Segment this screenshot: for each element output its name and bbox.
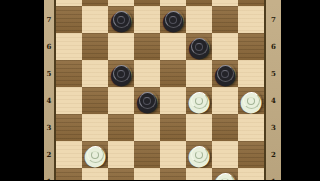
square-c5[interactable]: ● (108, 60, 134, 87)
square-g5[interactable]: ● (212, 60, 238, 87)
white-checker-glyph: ● (213, 171, 237, 181)
square-e7[interactable]: ● (160, 6, 186, 33)
square-f3[interactable] (186, 114, 212, 141)
rank-label-3: 3 (266, 114, 281, 141)
square-e2[interactable] (160, 141, 186, 168)
square-a7[interactable] (56, 6, 82, 33)
square-g3[interactable] (212, 114, 238, 141)
square-d2[interactable] (134, 141, 160, 168)
square-h1[interactable] (238, 168, 264, 180)
white-checker-h4[interactable]: ● (240, 90, 262, 112)
square-c7[interactable]: ● (108, 6, 134, 33)
square-b6[interactable] (82, 33, 108, 60)
square-d7[interactable] (134, 6, 160, 33)
square-e4[interactable] (160, 87, 186, 114)
square-f1[interactable] (186, 168, 212, 180)
square-h3[interactable] (238, 114, 264, 141)
square-f4[interactable]: ● (186, 87, 212, 114)
white-checker-b2[interactable]: ● (84, 144, 106, 166)
square-a6[interactable] (56, 33, 82, 60)
black-checker-glyph: ● (213, 63, 237, 85)
square-c3[interactable] (108, 114, 134, 141)
square-h4[interactable]: ● (238, 87, 264, 114)
square-d3[interactable] (134, 114, 160, 141)
white-checker-g1[interactable]: ● (214, 171, 236, 181)
rank-label-5: 5 (266, 60, 281, 87)
square-b3[interactable] (82, 114, 108, 141)
black-checker-g5[interactable]: ● (214, 63, 236, 85)
square-g7[interactable] (212, 6, 238, 33)
rank-label-2: 2 (266, 141, 281, 168)
square-a5[interactable] (56, 60, 82, 87)
square-b5[interactable] (82, 60, 108, 87)
rank-label-1: 1 (266, 168, 281, 180)
rank-label-2: 2 (44, 141, 54, 168)
square-d4[interactable]: ● (134, 87, 160, 114)
black-checker-c7[interactable]: ● (110, 9, 132, 31)
square-d5[interactable] (134, 60, 160, 87)
square-h7[interactable] (238, 6, 264, 33)
square-c4[interactable] (108, 87, 134, 114)
square-f5[interactable] (186, 60, 212, 87)
black-checker-glyph: ● (135, 90, 159, 112)
white-checker-glyph: ● (187, 90, 211, 112)
rank-label-5: 5 (44, 60, 54, 87)
checkers-game-window: ●●●●●●●●●●● 87654321 87654321 (0, 0, 320, 180)
black-checker-glyph: ● (187, 36, 211, 58)
black-checker-c5[interactable]: ● (110, 63, 132, 85)
square-e1[interactable] (160, 168, 186, 180)
black-checker-glyph: ● (109, 9, 133, 31)
board-grid: ●●●●●●●●●●● (54, 0, 266, 180)
rank-labels-right: 87654321 (266, 0, 281, 180)
square-g1[interactable]: ● (212, 168, 238, 180)
rank-label-4: 4 (266, 87, 281, 114)
square-g4[interactable] (212, 87, 238, 114)
black-checker-d4[interactable]: ● (136, 90, 158, 112)
black-checker-e7[interactable]: ● (162, 9, 184, 31)
square-b2[interactable]: ● (82, 141, 108, 168)
square-h2[interactable] (238, 141, 264, 168)
white-checker-f2[interactable]: ● (188, 144, 210, 166)
square-g6[interactable] (212, 33, 238, 60)
white-checker-f4[interactable]: ● (188, 90, 210, 112)
square-h6[interactable] (238, 33, 264, 60)
square-f2[interactable]: ● (186, 141, 212, 168)
square-b1[interactable] (82, 168, 108, 180)
square-a4[interactable] (56, 87, 82, 114)
square-c6[interactable] (108, 33, 134, 60)
black-checker-f6[interactable]: ● (188, 36, 210, 58)
square-c1[interactable] (108, 168, 134, 180)
square-f6[interactable]: ● (186, 33, 212, 60)
rank-label-7: 7 (44, 6, 54, 33)
rank-label-6: 6 (266, 33, 281, 60)
square-a1[interactable] (56, 168, 82, 180)
rank-labels-left: 87654321 (44, 0, 54, 180)
square-b4[interactable] (82, 87, 108, 114)
rank-label-6: 6 (44, 33, 54, 60)
square-e6[interactable] (160, 33, 186, 60)
square-d6[interactable] (134, 33, 160, 60)
rank-label-4: 4 (44, 87, 54, 114)
square-a2[interactable] (56, 141, 82, 168)
white-checker-glyph: ● (83, 144, 107, 166)
white-checker-glyph: ● (187, 144, 211, 166)
black-checker-glyph: ● (161, 9, 185, 31)
rank-label-1: 1 (44, 168, 54, 180)
square-e5[interactable] (160, 60, 186, 87)
square-e3[interactable] (160, 114, 186, 141)
white-checker-glyph: ● (239, 90, 263, 112)
square-h5[interactable] (238, 60, 264, 87)
square-d1[interactable] (134, 168, 160, 180)
square-a3[interactable] (56, 114, 82, 141)
rank-label-3: 3 (44, 114, 54, 141)
square-c2[interactable] (108, 141, 134, 168)
square-b7[interactable] (82, 6, 108, 33)
black-checker-glyph: ● (109, 63, 133, 85)
square-f7[interactable] (186, 6, 212, 33)
square-g2[interactable] (212, 141, 238, 168)
rank-label-7: 7 (266, 6, 281, 33)
